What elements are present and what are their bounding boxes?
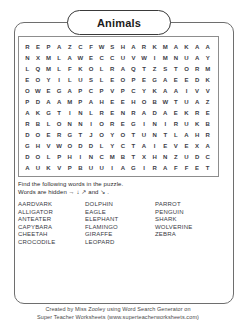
title-pill: Animals — [67, 10, 171, 35]
grid-cell: G — [43, 107, 54, 118]
grid-cell: I — [75, 152, 86, 163]
grid-cell: M — [64, 96, 75, 107]
grid-cell: A — [160, 163, 171, 174]
grid-cell: O — [181, 63, 192, 74]
grid-cell: N — [117, 107, 128, 118]
grid-cell: R — [171, 119, 182, 130]
word-item: SHARK — [155, 216, 220, 224]
grid-cell: O — [64, 141, 75, 152]
grid-cell: M — [43, 63, 54, 74]
grid-cell: C — [107, 52, 118, 63]
grid-cell: C — [202, 152, 213, 163]
grid-cell: H — [33, 141, 44, 152]
word-item: WOLVERINE — [155, 224, 220, 232]
grid-cell: P — [54, 152, 65, 163]
grid-cell: A — [22, 163, 33, 174]
grid-cell: Z — [202, 96, 213, 107]
grid-cell: E — [117, 96, 128, 107]
word-item: PARROT — [155, 201, 220, 209]
grid-cell: W — [75, 52, 86, 63]
grid-cell: H — [64, 152, 75, 163]
word-item: ALLIGATOR — [18, 209, 85, 217]
grid-cell: B — [117, 152, 128, 163]
grid-cell: A — [54, 41, 65, 52]
grid-cell: E — [117, 119, 128, 130]
grid-cell: P — [75, 96, 86, 107]
word-item: CHEETAH — [18, 231, 85, 239]
grid-cell: N — [75, 107, 86, 118]
word-item: EAGLE — [85, 209, 155, 217]
instruction-line-1: Find the following words in the puzzle. — [18, 180, 123, 188]
grid-cell: R — [54, 130, 65, 141]
grid-cell: K — [202, 74, 213, 85]
grid-cell: F — [64, 63, 75, 74]
grid-cell: O — [86, 63, 97, 74]
grid-cell: T — [75, 130, 86, 141]
grid-cell: W — [96, 41, 107, 52]
grid-cell: L — [43, 152, 54, 163]
word-item: ELEPHANT — [85, 216, 155, 224]
grid-cell: G — [22, 141, 33, 152]
instruction-line-2: Words are hidden → ↓ ↗ and ↘ . — [18, 188, 123, 196]
grid-cell: R — [149, 163, 160, 174]
grid-cell: L — [86, 107, 97, 118]
grid-cell: A — [128, 41, 139, 52]
word-item: GIRAFFE — [85, 231, 155, 239]
grid-cell: E — [43, 130, 54, 141]
grid-cell: P — [22, 96, 33, 107]
grid-cell: M — [160, 52, 171, 63]
grid-cell: E — [139, 74, 150, 85]
grid-cell: M — [107, 152, 118, 163]
grid-cell: V — [128, 52, 139, 63]
grid-cell: U — [139, 130, 150, 141]
grid-cell: M — [160, 41, 171, 52]
grid-cell: O — [33, 130, 44, 141]
grid-cell: Z — [171, 152, 182, 163]
grid-cell: P — [64, 163, 75, 174]
grid-cell: D — [33, 96, 44, 107]
grid-cell: Q — [128, 63, 139, 74]
grid-cell: F — [86, 41, 97, 52]
grid-cell: I — [160, 119, 171, 130]
grid-cell: Y — [107, 141, 118, 152]
word-item: CAPYBARA — [18, 224, 85, 232]
grid-cell: I — [139, 163, 150, 174]
word-column-2: DOLPHINEAGLEELEPHANTFLAMINGOGIRAFFELEOPA… — [85, 201, 155, 247]
grid-cell: O — [33, 74, 44, 85]
grid-cell: Y — [107, 130, 118, 141]
grid-cell: A — [43, 96, 54, 107]
grid-cell: A — [64, 85, 75, 96]
grid-cell: N — [86, 152, 97, 163]
grid-cell: L — [96, 141, 107, 152]
grid-cell: O — [117, 74, 128, 85]
grid-cell: I — [149, 52, 160, 63]
grid-cell: P — [75, 85, 86, 96]
grid-cell: N — [64, 119, 75, 130]
grid-cell: A — [192, 96, 203, 107]
grid-cell: P — [117, 85, 128, 96]
grid-cell: U — [86, 163, 97, 174]
grid-cell: I — [86, 119, 97, 130]
grid-cell: W — [160, 96, 171, 107]
grid-cell: N — [160, 152, 171, 163]
grid-cell: A — [192, 52, 203, 63]
grid-cell: I — [149, 141, 160, 152]
grid-cell: O — [33, 152, 44, 163]
grid-cell: Y — [202, 52, 213, 63]
grid-cell: B — [33, 119, 44, 130]
grid-cell: Y — [43, 74, 54, 85]
grid-cell: E — [160, 141, 171, 152]
grid-cell: Z — [64, 41, 75, 52]
grid-cell: B — [149, 96, 160, 107]
word-item: FLAMINGO — [85, 224, 155, 232]
grid-cell: D — [192, 152, 203, 163]
grid-cell: A — [139, 141, 150, 152]
grid-cell: P — [96, 85, 107, 96]
grid-cell: W — [54, 141, 65, 152]
grid-cell: S — [86, 74, 97, 85]
grid-cell: H — [128, 96, 139, 107]
grid-cell: T — [202, 163, 213, 174]
grid-cell: Y — [139, 85, 150, 96]
grid-cell: D — [75, 141, 86, 152]
grid-cell: E — [107, 96, 118, 107]
grid-cell: Z — [149, 63, 160, 74]
grid-cell: F — [181, 163, 192, 174]
word-item: LEOPARD — [85, 239, 155, 247]
word-item: ANTEATER — [18, 216, 85, 224]
grid-cell: I — [139, 119, 150, 130]
grid-cell: A — [181, 130, 192, 141]
grid-cell: S — [160, 63, 171, 74]
grid-cell: E — [22, 74, 33, 85]
grid-cell: I — [64, 107, 75, 118]
grid-cell: V — [54, 163, 65, 174]
grid-cell: L — [171, 130, 182, 141]
grid-cell: L — [54, 52, 65, 63]
grid-cell: C — [86, 85, 97, 96]
grid-cell: L — [64, 74, 75, 85]
footer-line-2: Super Teacher Worksheets (www.superteach… — [0, 314, 236, 322]
grid-cell: G — [64, 130, 75, 141]
grid-cell: C — [96, 52, 107, 63]
word-item: DOLPHIN — [85, 201, 155, 209]
grid-cell: E — [107, 107, 118, 118]
footer-line-1: Created by Miss Zooley using Word Search… — [0, 306, 236, 314]
grid-cell: L — [22, 63, 33, 74]
footer: Created by Miss Zooley using Word Search… — [0, 306, 236, 321]
grid-cell: E — [107, 74, 118, 85]
grid-cell: A — [117, 163, 128, 174]
grid-cell: L — [43, 119, 54, 130]
grid-cell: A — [171, 41, 182, 52]
grid-cell: G — [128, 163, 139, 174]
grid-cell: N — [75, 119, 86, 130]
grid-cell: J — [86, 130, 97, 141]
grid-cell: A — [202, 41, 213, 52]
grid-cell: A — [160, 85, 171, 96]
grid-cell: X — [33, 52, 44, 63]
grid-cell: A — [192, 41, 203, 52]
grid-cell: U — [33, 163, 44, 174]
grid-cell: E — [202, 107, 213, 118]
grid-cell: R — [192, 107, 203, 118]
instructions: Find the following words in the puzzle. … — [18, 180, 123, 196]
grid-cell: T — [171, 63, 182, 74]
grid-cell: M — [202, 63, 213, 74]
grid-cell: G — [54, 85, 65, 96]
grid-cell: A — [160, 107, 171, 118]
grid-cell: C — [96, 152, 107, 163]
grid-cell: D — [192, 74, 203, 85]
grid-cell: R — [192, 63, 203, 74]
grid-cell: T — [128, 130, 139, 141]
grid-cell: U — [75, 74, 86, 85]
grid-cell: R — [202, 130, 213, 141]
grid-cell: D — [86, 141, 97, 152]
grid-cell: V — [107, 85, 118, 96]
grid-cell: Q — [33, 63, 44, 74]
grid-cell: H — [192, 130, 203, 141]
grid-cell: I — [181, 85, 192, 96]
word-item: CROCODILE — [18, 239, 85, 247]
grid-cell: I — [54, 74, 65, 85]
grid-cell: D — [22, 130, 33, 141]
grid-cell: I — [107, 163, 118, 174]
grid-cell: L — [96, 74, 107, 85]
grid-cell: R — [128, 107, 139, 118]
grid-cell: U — [181, 96, 192, 107]
grid-cell: S — [107, 41, 118, 52]
grid-cell: R — [22, 41, 33, 52]
grid-cell: T — [54, 107, 65, 118]
grid-cell: E — [181, 74, 192, 85]
grid-cell: K — [43, 163, 54, 174]
grid-cell: N — [171, 52, 182, 63]
grid-cell: A — [171, 85, 182, 96]
grid-cell: U — [96, 163, 107, 174]
grid-cell: O — [54, 119, 65, 130]
grid-cell: T — [128, 141, 139, 152]
word-column-1: AARDVARKALLIGATORANTEATERCAPYBARACHEETAH… — [18, 201, 85, 247]
grid-cell: N — [22, 52, 33, 63]
grid-cell: K — [149, 85, 160, 96]
grid-cell: K — [75, 63, 86, 74]
grid-cell: A — [160, 74, 171, 85]
grid-cell: O — [96, 130, 107, 141]
grid-cell: G — [149, 74, 160, 85]
grid-cell: O — [139, 96, 150, 107]
grid-cell: W — [139, 52, 150, 63]
grid-cell: E — [181, 141, 192, 152]
grid-cell: A — [54, 96, 65, 107]
grid-cell: L — [54, 63, 65, 74]
word-item: PENGUIN — [155, 209, 220, 217]
grid-cell: V — [202, 85, 213, 96]
grid-cell: O — [117, 130, 128, 141]
grid-cell: V — [192, 85, 203, 96]
grid-cell: U — [117, 52, 128, 63]
grid-cell: O — [96, 119, 107, 130]
grid-cell: H — [96, 96, 107, 107]
grid-cell: C — [117, 141, 128, 152]
grid-cell: U — [181, 119, 192, 130]
word-item: AARDVARK — [18, 201, 85, 209]
grid-cell: M — [43, 52, 54, 63]
grid-cell: P — [43, 41, 54, 52]
grid-cell: K — [181, 41, 192, 52]
letter-grid: REPAZCFWSHARKMAKAANXMLAWECCUVWIMNUAYLQML… — [22, 41, 213, 174]
grid-cell: X — [192, 141, 203, 152]
grid-cell: E — [86, 52, 97, 63]
grid-cell: C — [75, 41, 86, 52]
grid-cell: E — [171, 74, 182, 85]
grid-cell: A — [139, 107, 150, 118]
grid-cell: B — [75, 163, 86, 174]
grid-cell: T — [128, 152, 139, 163]
grid-cell: O — [22, 85, 33, 96]
grid-cell: R — [139, 41, 150, 52]
grid-cell: U — [181, 152, 192, 163]
grid-cell: W — [33, 85, 44, 96]
grid-cell: U — [181, 52, 192, 63]
grid-cell: A — [117, 63, 128, 74]
grid-cell: N — [149, 119, 160, 130]
grid-cell: V — [171, 141, 182, 152]
grid-cell: E — [171, 107, 182, 118]
grid-cell: X — [139, 152, 150, 163]
grid-cell: A — [64, 52, 75, 63]
grid-cell: K — [192, 119, 203, 130]
word-column-3: PARROTPENGUINSHARKWOLVERINEZEBRA — [155, 201, 220, 247]
grid-cell: K — [149, 41, 160, 52]
page-title: Animals — [97, 17, 141, 29]
grid-cell: P — [128, 74, 139, 85]
grid-cell: T — [160, 130, 171, 141]
grid-cell: R — [96, 107, 107, 118]
grid-cell: R — [107, 63, 118, 74]
grid-cell: B — [202, 119, 213, 130]
grid-cell: K — [181, 107, 192, 118]
grid-cell: E — [43, 85, 54, 96]
grid-cell: D — [149, 107, 160, 118]
grid-cell: K — [33, 107, 44, 118]
grid-cell: D — [22, 152, 33, 163]
grid-cell: R — [22, 119, 33, 130]
grid-cell: C — [128, 85, 139, 96]
grid-cell: A — [86, 96, 97, 107]
grid-cell: L — [96, 63, 107, 74]
word-list: AARDVARKALLIGATORANTEATERCAPYBARACHEETAH… — [18, 201, 220, 247]
grid-cell: R — [107, 119, 118, 130]
grid-cell: E — [33, 41, 44, 52]
grid-cell: T — [139, 63, 150, 74]
grid-cell: A — [22, 107, 33, 118]
grid-cell: V — [43, 141, 54, 152]
grid-cell: F — [171, 163, 182, 174]
grid-cell: N — [149, 130, 160, 141]
grid-cell: G — [128, 119, 139, 130]
puzzle-grid-box: REPAZCFWSHARKMAKAANXMLAWECCUVWIMNUAYLQML… — [18, 36, 219, 177]
grid-cell: E — [192, 163, 203, 174]
grid-cell: H — [117, 41, 128, 52]
word-item: ZEBRA — [155, 231, 220, 239]
grid-cell: H — [149, 152, 160, 163]
grid-cell: T — [171, 96, 182, 107]
grid-cell: A — [202, 141, 213, 152]
